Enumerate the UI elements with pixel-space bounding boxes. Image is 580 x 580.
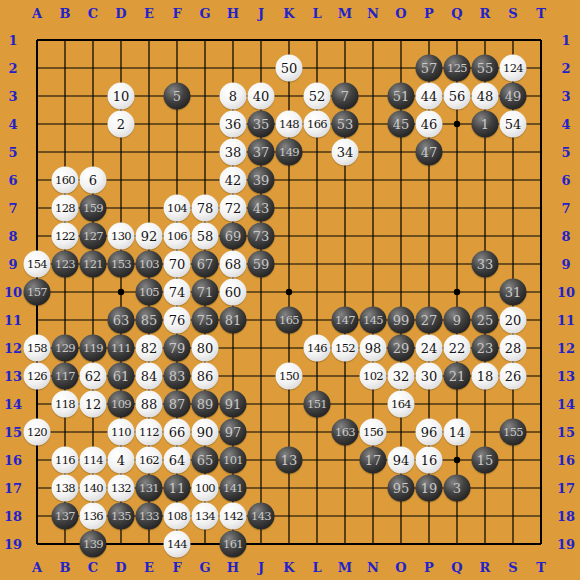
stone-white-move-6: 6 [80,167,107,194]
stone-white-move-156: 156 [360,419,387,446]
column-label-bottom-J: J [258,560,264,575]
stone-black-move-165: 165 [276,307,303,334]
stone-white-move-16: 16 [416,447,443,474]
stone-black-move-139: 139 [80,531,107,558]
row-label-left-19: 19 [4,537,22,552]
stone-black-move-7: 7 [332,83,359,110]
stone-white-move-22: 22 [444,335,471,362]
column-label-bottom-Q: Q [451,560,462,575]
stone-black-move-127: 127 [80,223,107,250]
stone-black-move-65: 65 [192,447,219,474]
stone-black-move-97: 97 [220,419,247,446]
stone-black-move-135: 135 [108,503,135,530]
stone-white-move-70: 70 [164,251,191,278]
column-label-top-T: T [536,6,546,21]
row-label-right-9: 9 [561,257,570,272]
stone-white-move-42: 42 [220,167,247,194]
stone-black-move-57: 57 [416,55,443,82]
stone-white-move-40: 40 [248,83,275,110]
stone-black-move-141: 141 [220,475,247,502]
column-label-bottom-A: A [32,560,42,575]
stone-white-move-80: 80 [192,335,219,362]
stone-white-move-56: 56 [444,83,471,110]
column-label-top-S: S [508,6,517,21]
row-label-right-15: 15 [557,425,575,440]
stone-white-move-154: 154 [24,251,51,278]
row-label-left-6: 6 [8,173,17,188]
stone-black-move-137: 137 [52,503,79,530]
column-label-top-G: G [199,6,210,21]
stone-black-move-33: 33 [472,251,499,278]
stone-black-move-83: 83 [164,363,191,390]
stone-white-move-82: 82 [136,335,163,362]
row-label-left-12: 12 [4,341,22,356]
stone-black-move-37: 37 [248,139,275,166]
column-label-top-Q: Q [451,6,462,21]
column-label-top-C: C [88,6,98,21]
stone-white-move-150: 150 [276,363,303,390]
stone-black-move-25: 25 [472,307,499,334]
stone-white-move-90: 90 [192,419,219,446]
stone-white-move-64: 64 [164,447,191,474]
row-label-left-18: 18 [4,509,22,524]
stone-white-move-162: 162 [136,447,163,474]
stone-white-move-166: 166 [304,111,331,138]
stone-black-move-153: 153 [108,251,135,278]
stone-black-move-61: 61 [108,363,135,390]
stone-black-move-53: 53 [332,111,359,138]
column-label-bottom-N: N [367,560,379,575]
stone-black-move-85: 85 [136,307,163,334]
stone-white-move-108: 108 [164,503,191,530]
stone-white-move-68: 68 [220,251,247,278]
column-label-top-L: L [312,6,321,21]
stone-white-move-14: 14 [444,419,471,446]
stone-white-move-10: 10 [108,83,135,110]
stone-black-move-89: 89 [192,391,219,418]
stone-black-move-99: 99 [388,307,415,334]
row-label-right-8: 8 [561,229,570,244]
stone-black-move-75: 75 [192,307,219,334]
stone-black-move-1: 1 [472,111,499,138]
row-label-right-13: 13 [557,369,575,384]
stone-white-move-114: 114 [80,447,107,474]
stone-white-move-124: 124 [500,55,527,82]
stone-white-move-50: 50 [276,55,303,82]
column-label-top-N: N [367,6,379,21]
stone-black-move-63: 63 [108,307,135,334]
stone-white-move-146: 146 [304,335,331,362]
column-label-top-D: D [115,6,126,21]
stone-white-move-20: 20 [500,307,527,334]
column-label-top-F: F [172,6,181,21]
row-label-left-14: 14 [4,397,22,412]
stone-black-move-69: 69 [220,223,247,250]
row-label-left-16: 16 [4,453,22,468]
stone-black-move-129: 129 [52,335,79,362]
stone-black-move-117: 117 [52,363,79,390]
row-label-right-16: 16 [557,453,575,468]
stone-white-move-30: 30 [416,363,443,390]
stone-black-move-157: 157 [24,279,51,306]
stone-black-move-87: 87 [164,391,191,418]
star-point [454,289,460,295]
stone-black-move-123: 123 [52,251,79,278]
row-label-left-17: 17 [4,481,22,496]
stone-white-move-134: 134 [192,503,219,530]
stone-black-move-47: 47 [416,139,443,166]
stone-black-move-121: 121 [80,251,107,278]
stone-black-move-159: 159 [80,195,107,222]
column-label-top-A: A [32,6,42,21]
stone-black-move-109: 109 [108,391,135,418]
star-point [286,289,292,295]
stone-black-move-29: 29 [388,335,415,362]
star-point [454,121,460,127]
stone-black-move-151: 151 [304,391,331,418]
stone-black-move-13: 13 [276,447,303,474]
row-label-right-10: 10 [557,285,575,300]
stone-white-move-148: 148 [276,111,303,138]
stone-white-move-136: 136 [80,503,107,530]
row-label-left-13: 13 [4,369,22,384]
stone-black-move-67: 67 [192,251,219,278]
stone-white-move-94: 94 [388,447,415,474]
stone-white-move-104: 104 [164,195,191,222]
stone-white-move-138: 138 [52,475,79,502]
stone-black-move-71: 71 [192,279,219,306]
stone-white-move-72: 72 [220,195,247,222]
stone-white-move-2: 2 [108,111,135,138]
row-label-right-2: 2 [561,61,570,76]
column-label-bottom-M: M [338,560,352,575]
stone-white-move-116: 116 [52,447,79,474]
row-label-right-3: 3 [561,89,570,104]
row-label-right-6: 6 [561,173,570,188]
stone-white-move-140: 140 [80,475,107,502]
stone-black-move-27: 27 [416,307,443,334]
stone-white-move-36: 36 [220,111,247,138]
stone-black-move-161: 161 [220,531,247,558]
stone-black-move-3: 3 [444,475,471,502]
stone-black-move-81: 81 [220,307,247,334]
stone-black-move-91: 91 [220,391,247,418]
star-point [118,289,124,295]
row-label-left-4: 4 [8,117,17,132]
stone-black-move-147: 147 [332,307,359,334]
stone-white-move-60: 60 [220,279,247,306]
column-label-bottom-L: L [312,560,321,575]
column-label-bottom-P: P [424,560,434,575]
stone-black-move-19: 19 [416,475,443,502]
row-label-right-14: 14 [557,397,575,412]
stone-white-move-84: 84 [136,363,163,390]
stone-white-move-144: 144 [164,531,191,558]
stone-white-move-160: 160 [52,167,79,194]
column-label-bottom-H: H [227,560,239,575]
stone-black-move-143: 143 [248,503,275,530]
stone-white-move-86: 86 [192,363,219,390]
stone-white-move-52: 52 [304,83,331,110]
stone-white-move-46: 46 [416,111,443,138]
stone-white-move-152: 152 [332,335,359,362]
stone-white-move-100: 100 [192,475,219,502]
row-label-right-11: 11 [557,313,575,328]
row-label-left-9: 9 [8,257,17,272]
stone-white-move-88: 88 [136,391,163,418]
column-label-bottom-E: E [144,560,154,575]
row-label-right-12: 12 [557,341,575,356]
column-label-bottom-D: D [115,560,126,575]
row-label-right-17: 17 [557,481,575,496]
column-label-top-J: J [258,6,264,21]
stone-white-move-130: 130 [108,223,135,250]
stone-white-move-98: 98 [360,335,387,362]
stone-white-move-24: 24 [416,335,443,362]
row-label-left-8: 8 [8,229,17,244]
stone-black-move-35: 35 [248,111,275,138]
column-label-bottom-T: T [536,560,546,575]
stone-black-move-149: 149 [276,139,303,166]
stone-black-move-5: 5 [164,83,191,110]
column-label-top-E: E [144,6,154,21]
stone-white-move-112: 112 [136,419,163,446]
column-label-bottom-F: F [172,560,181,575]
stone-black-move-119: 119 [80,335,107,362]
stone-black-move-39: 39 [248,167,275,194]
stone-black-move-155: 155 [500,419,527,446]
go-board[interactable]: AABBCCDDEEFFGGHHJJKKLLMMNNOOPPQQRRSSTT11… [0,0,580,580]
column-label-top-H: H [227,6,239,21]
stone-white-move-34: 34 [332,139,359,166]
stone-black-move-15: 15 [472,447,499,474]
stone-black-move-73: 73 [248,223,275,250]
row-label-left-2: 2 [8,61,17,76]
stone-black-move-49: 49 [500,83,527,110]
stone-white-move-120: 120 [24,419,51,446]
stone-white-move-76: 76 [164,307,191,334]
column-label-top-R: R [480,6,491,21]
stone-white-move-122: 122 [52,223,79,250]
column-label-bottom-G: G [199,560,210,575]
row-label-right-1: 1 [561,33,570,48]
stone-white-move-66: 66 [164,419,191,446]
stone-black-move-59: 59 [248,251,275,278]
stone-white-move-118: 118 [52,391,79,418]
stone-black-move-95: 95 [388,475,415,502]
stone-black-move-51: 51 [388,83,415,110]
stone-black-move-131: 131 [136,475,163,502]
row-label-left-7: 7 [8,201,17,216]
stone-white-move-4: 4 [108,447,135,474]
stone-black-move-163: 163 [332,419,359,446]
stone-white-move-54: 54 [500,111,527,138]
stone-black-move-103: 103 [136,251,163,278]
stone-black-move-43: 43 [248,195,275,222]
stone-black-move-21: 21 [444,363,471,390]
column-label-bottom-C: C [88,560,98,575]
stone-black-move-101: 101 [220,447,247,474]
row-label-right-5: 5 [561,145,570,160]
stone-white-move-126: 126 [24,363,51,390]
column-label-bottom-R: R [480,560,491,575]
stone-white-move-78: 78 [192,195,219,222]
stone-white-move-12: 12 [80,391,107,418]
stone-white-move-142: 142 [220,503,247,530]
stone-white-move-18: 18 [472,363,499,390]
stone-black-move-55: 55 [472,55,499,82]
stone-white-move-92: 92 [136,223,163,250]
stone-white-move-110: 110 [108,419,135,446]
row-label-right-4: 4 [561,117,570,132]
stone-white-move-44: 44 [416,83,443,110]
stone-black-move-125: 125 [444,55,471,82]
row-label-left-15: 15 [4,425,22,440]
stone-black-move-145: 145 [360,307,387,334]
stone-black-move-79: 79 [164,335,191,362]
column-label-bottom-B: B [60,560,71,575]
column-label-bottom-K: K [283,560,294,575]
stone-black-move-11: 11 [164,475,191,502]
stone-black-move-23: 23 [472,335,499,362]
column-label-bottom-S: S [508,560,517,575]
stone-black-move-31: 31 [500,279,527,306]
stone-white-move-48: 48 [472,83,499,110]
column-label-top-B: B [60,6,71,21]
stone-white-move-106: 106 [164,223,191,250]
stone-white-move-28: 28 [500,335,527,362]
star-point [454,457,460,463]
row-label-left-11: 11 [4,313,22,328]
stone-white-move-132: 132 [108,475,135,502]
stone-white-move-158: 158 [24,335,51,362]
stone-white-move-58: 58 [192,223,219,250]
stone-white-move-8: 8 [220,83,247,110]
column-label-top-M: M [338,6,352,21]
stone-black-move-105: 105 [136,279,163,306]
row-label-left-1: 1 [8,33,17,48]
row-label-right-7: 7 [561,201,570,216]
stone-white-move-26: 26 [500,363,527,390]
stone-black-move-133: 133 [136,503,163,530]
column-label-top-K: K [283,6,294,21]
stone-white-move-128: 128 [52,195,79,222]
stone-white-move-164: 164 [388,391,415,418]
stone-white-move-62: 62 [80,363,107,390]
stone-white-move-74: 74 [164,279,191,306]
stone-white-move-32: 32 [388,363,415,390]
column-label-top-P: P [424,6,434,21]
row-label-right-19: 19 [557,537,575,552]
column-label-bottom-O: O [395,560,406,575]
stone-white-move-38: 38 [220,139,247,166]
stone-white-move-102: 102 [360,363,387,390]
stone-black-move-45: 45 [388,111,415,138]
column-label-top-O: O [395,6,406,21]
row-label-left-3: 3 [8,89,17,104]
stone-black-move-111: 111 [108,335,135,362]
row-label-left-5: 5 [8,145,17,160]
row-label-left-10: 10 [4,285,22,300]
stone-black-move-17: 17 [360,447,387,474]
stone-white-move-96: 96 [416,419,443,446]
row-label-right-18: 18 [557,509,575,524]
stone-black-move-9: 9 [444,307,471,334]
